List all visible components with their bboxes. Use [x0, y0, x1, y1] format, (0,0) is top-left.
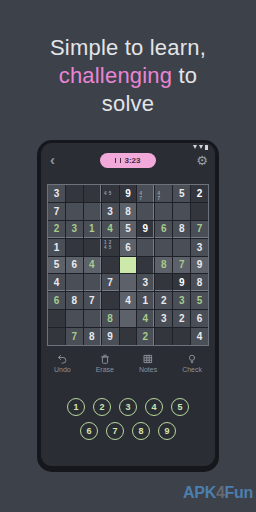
cell-r2c4[interactable]: 3 [102, 203, 119, 220]
undo-icon [56, 353, 68, 365]
phone-mockup: ‹ 3:23 ⚙ 3459474752738231459687112456356… [37, 140, 219, 472]
cell-r4c5[interactable]: 6 [120, 239, 137, 256]
back-button[interactable]: ‹ [50, 151, 55, 169]
cell-r3c6[interactable]: 9 [137, 221, 154, 238]
cell-r3c5[interactable]: 5 [120, 221, 137, 238]
cell-r7c5[interactable]: 4 [120, 292, 137, 309]
cell-r9c6[interactable]: 2 [137, 328, 154, 345]
cell-r4c9[interactable]: 3 [191, 239, 208, 256]
check-button[interactable]: Check [182, 353, 202, 379]
headline-line1: Simple to learn, [0, 34, 256, 62]
pause-icon [115, 158, 121, 163]
cell-r6c6[interactable]: 3 [137, 274, 154, 291]
cell-r7c8[interactable]: 3 [173, 292, 190, 309]
cell-r5c7[interactable]: 8 [155, 257, 172, 274]
cell-r5c1[interactable]: 5 [48, 257, 65, 274]
cell-r2c7[interactable] [155, 203, 172, 220]
cell-r5c4[interactable] [102, 257, 119, 274]
cell-r9c2[interactable]: 7 [66, 328, 83, 345]
pencil-notes: 45 [102, 185, 119, 202]
cell-r8c8[interactable]: 2 [173, 310, 190, 327]
cell-r1c2[interactable] [66, 185, 83, 202]
cell-r3c2[interactable]: 3 [66, 221, 83, 238]
numpad-3[interactable]: 3 [119, 398, 137, 416]
numpad-5[interactable]: 5 [171, 398, 189, 416]
app-bar: ‹ 3:23 ⚙ [41, 151, 215, 171]
numpad-row-2: 6789 [80, 422, 176, 440]
cell-r6c5[interactable] [120, 274, 137, 291]
numpad-row-1: 12345 [67, 398, 189, 416]
cell-r9c1[interactable] [48, 328, 65, 345]
cell-r3c8[interactable]: 8 [173, 221, 190, 238]
headline: Simple to learn, challenging to solve [0, 34, 256, 118]
cell-r9c7[interactable] [155, 328, 172, 345]
cell-r5c6[interactable] [137, 257, 154, 274]
cell-r4c4[interactable]: 1245 [102, 239, 119, 256]
headline-highlight: challenging [59, 63, 173, 88]
watermark: APK4Fun [183, 484, 253, 502]
pencil-notes: 47 [155, 185, 172, 202]
cell-r6c1[interactable]: 4 [48, 274, 65, 291]
cell-r9c5[interactable] [120, 328, 137, 345]
headline-line3: solve [0, 90, 256, 118]
numpad-2[interactable]: 2 [93, 398, 111, 416]
battery-icon [205, 145, 208, 150]
cell-r5c5[interactable] [120, 257, 137, 274]
numpad-1[interactable]: 1 [67, 398, 85, 416]
cell-r1c9[interactable]: 2 [191, 185, 208, 202]
cell-r7c3[interactable]: 7 [84, 292, 101, 309]
erase-label: Erase [96, 366, 114, 373]
cell-r4c1[interactable]: 1 [48, 239, 65, 256]
cell-r3c7[interactable]: 6 [155, 221, 172, 238]
erase-button[interactable]: Erase [96, 353, 114, 379]
cell-r9c9[interactable]: 4 [191, 328, 208, 345]
cell-r6c4[interactable]: 7 [102, 274, 119, 291]
cell-r3c3[interactable]: 1 [84, 221, 101, 238]
cell-r2c6[interactable] [137, 203, 154, 220]
cell-r1c8[interactable]: 5 [173, 185, 190, 202]
cell-r4c3[interactable] [84, 239, 101, 256]
sudoku-board: 3459474752738231459687112456356487947398… [47, 184, 209, 346]
timer-pill[interactable]: 3:23 [100, 153, 156, 168]
numpad-4[interactable]: 4 [145, 398, 163, 416]
undo-label: Undo [54, 366, 71, 373]
headline-line2: challenging to [0, 62, 256, 90]
cell-r4c2[interactable] [66, 239, 83, 256]
cell-r7c4[interactable] [102, 292, 119, 309]
notes-label: Notes [139, 366, 157, 373]
cell-r9c3[interactable]: 8 [84, 328, 101, 345]
cell-r3c4[interactable]: 4 [102, 221, 119, 238]
cell-r4c8[interactable] [173, 239, 190, 256]
cell-r8c2[interactable] [66, 310, 83, 327]
cell-r1c4[interactable]: 45 [102, 185, 119, 202]
cell-r1c7[interactable]: 47 [155, 185, 172, 202]
cell-r6c3[interactable] [84, 274, 101, 291]
cell-r8c3[interactable] [84, 310, 101, 327]
trash-icon [99, 353, 111, 365]
cell-r2c1[interactable]: 7 [48, 203, 65, 220]
cell-r7c2[interactable]: 8 [66, 292, 83, 309]
cell-r8c7[interactable]: 3 [155, 310, 172, 327]
cell-r5c9[interactable]: 9 [191, 257, 208, 274]
cell-r9c4[interactable]: 9 [102, 328, 119, 345]
cell-r4c7[interactable] [155, 239, 172, 256]
timer-value: 3:23 [124, 156, 140, 165]
cell-r8c1[interactable] [48, 310, 65, 327]
signal-icon [199, 145, 203, 149]
cell-r4c6[interactable] [137, 239, 154, 256]
lightbulb-icon [186, 353, 198, 365]
cell-r5c3[interactable]: 4 [84, 257, 101, 274]
cell-r1c3[interactable] [84, 185, 101, 202]
check-label: Check [182, 366, 202, 373]
cell-r2c2[interactable] [66, 203, 83, 220]
cell-r6c2[interactable] [66, 274, 83, 291]
pencil-notes: 47 [137, 185, 153, 202]
cell-r3c1[interactable]: 2 [48, 221, 65, 238]
cell-r8c4[interactable]: 8 [102, 310, 119, 327]
cell-r7c9[interactable]: 5 [191, 292, 208, 309]
cell-r8c9[interactable]: 6 [191, 310, 208, 327]
pencil-notes: 1245 [102, 239, 119, 256]
cell-r2c5[interactable]: 8 [120, 203, 137, 220]
numpad-7[interactable]: 7 [106, 422, 124, 440]
grid-icon [142, 353, 154, 365]
numpad-9[interactable]: 9 [158, 422, 176, 440]
cell-r6c9[interactable]: 8 [191, 274, 208, 291]
numpad-8[interactable]: 8 [132, 422, 150, 440]
settings-gear-icon[interactable]: ⚙ [196, 152, 208, 169]
cell-r1c5[interactable]: 9 [120, 185, 137, 202]
cell-r1c1[interactable]: 3 [48, 185, 65, 202]
cell-r7c1[interactable]: 6 [48, 292, 65, 309]
cell-r2c3[interactable] [84, 203, 101, 220]
wifi-icon [193, 145, 197, 149]
cell-r7c6[interactable]: 1 [137, 292, 154, 309]
undo-button[interactable]: Undo [54, 353, 71, 379]
cell-r6c8[interactable]: 9 [173, 274, 190, 291]
numpad-6[interactable]: 6 [80, 422, 98, 440]
cell-r1c6[interactable]: 47 [137, 185, 154, 202]
cell-r8c6[interactable]: 4 [137, 310, 154, 327]
cell-r2c9[interactable] [191, 203, 208, 220]
cell-r8c5[interactable] [120, 310, 137, 327]
cell-r2c8[interactable] [173, 203, 190, 220]
toolbar: Undo Erase Notes Check [41, 353, 215, 379]
cell-r6c7[interactable] [155, 274, 172, 291]
cell-r7c7[interactable]: 2 [155, 292, 172, 309]
cell-r9c8[interactable] [173, 328, 190, 345]
number-pad: 12345 6789 [41, 398, 215, 440]
notes-button[interactable]: Notes [139, 353, 157, 379]
cell-r5c8[interactable]: 7 [173, 257, 190, 274]
cell-r3c9[interactable]: 7 [191, 221, 208, 238]
status-bar [193, 144, 208, 150]
cell-r5c2[interactable]: 6 [66, 257, 83, 274]
phone-screen: ‹ 3:23 ⚙ 3459474752738231459687112456356… [41, 143, 215, 466]
